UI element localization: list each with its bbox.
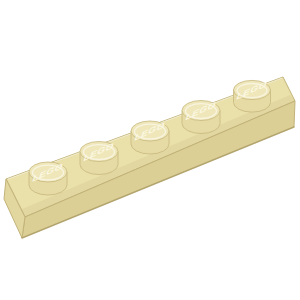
stud-3: LEGO bbox=[131, 120, 169, 154]
plate-top-face-shading bbox=[20, 95, 295, 217]
stud-5: LEGO bbox=[234, 79, 271, 112]
stud-2: LEGO bbox=[80, 140, 118, 174]
product-image: LEGO LEGO LEGO LEGO LEGO bbox=[0, 0, 300, 300]
stud-1: LEGO bbox=[29, 161, 67, 195]
lego-plate-illustration: LEGO LEGO LEGO LEGO LEGO bbox=[0, 0, 300, 300]
stud-4: LEGO bbox=[182, 99, 220, 133]
